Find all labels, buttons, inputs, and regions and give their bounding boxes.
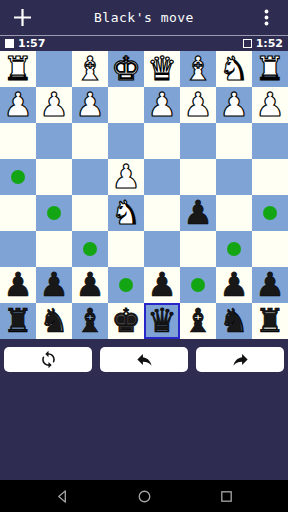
- square-h4[interactable]: [0, 159, 36, 195]
- square-c1[interactable]: ♝: [180, 51, 216, 87]
- square-a6[interactable]: [252, 231, 288, 267]
- white-clock-time: 1:57: [18, 38, 45, 49]
- home-circle-icon: [137, 489, 152, 504]
- square-h5[interactable]: [0, 195, 36, 231]
- white-king: ♚: [111, 51, 141, 87]
- square-g8[interactable]: ♞: [36, 303, 72, 339]
- black-pawn: ♟: [147, 267, 177, 303]
- square-f4[interactable]: [72, 159, 108, 195]
- plus-icon: [13, 8, 32, 27]
- kebab-menu-icon: [264, 9, 269, 26]
- black-clock-time: 1:52: [256, 38, 283, 49]
- sync-icon: [39, 350, 58, 369]
- chess-board: ♜♝♚♛♝♞♜♟♟♟♟♟♟♟♟♞♟♟♟♟♟♟♟♜♞♝♚♛♝♞♜: [0, 51, 288, 339]
- square-b8[interactable]: ♞: [216, 303, 252, 339]
- black-pawn: ♟: [3, 267, 33, 303]
- black-queen: ♛: [147, 303, 177, 339]
- square-d8[interactable]: ♛: [144, 303, 180, 339]
- square-b5[interactable]: [216, 195, 252, 231]
- square-g1[interactable]: [36, 51, 72, 87]
- square-g2[interactable]: ♟: [36, 87, 72, 123]
- redo-icon: [231, 350, 250, 369]
- square-h8[interactable]: ♜: [0, 303, 36, 339]
- square-a4[interactable]: [252, 159, 288, 195]
- legal-move-hint-f6[interactable]: [83, 242, 97, 256]
- square-d2[interactable]: ♟: [144, 87, 180, 123]
- square-e3[interactable]: [108, 123, 144, 159]
- square-a8[interactable]: ♜: [252, 303, 288, 339]
- white-pawn: ♟: [75, 87, 105, 123]
- square-h7[interactable]: ♟: [0, 267, 36, 303]
- white-bishop: ♝: [183, 51, 213, 87]
- square-d5[interactable]: [144, 195, 180, 231]
- white-side-icon: [5, 39, 14, 48]
- redo-button[interactable]: [196, 347, 284, 372]
- square-h6[interactable]: [0, 231, 36, 267]
- black-pawn: ♟: [75, 267, 105, 303]
- back-triangle-icon: [55, 489, 70, 504]
- black-bishop: ♝: [183, 303, 213, 339]
- square-b3[interactable]: [216, 123, 252, 159]
- legal-move-hint-h4[interactable]: [11, 170, 25, 184]
- square-c8[interactable]: ♝: [180, 303, 216, 339]
- square-f3[interactable]: [72, 123, 108, 159]
- white-pawn: ♟: [147, 87, 177, 123]
- square-e5[interactable]: ♞: [108, 195, 144, 231]
- square-e2[interactable]: [108, 87, 144, 123]
- android-home-button[interactable]: [124, 482, 164, 510]
- square-g7[interactable]: ♟: [36, 267, 72, 303]
- white-clock: 1:57: [5, 38, 45, 49]
- square-b1[interactable]: ♞: [216, 51, 252, 87]
- square-b7[interactable]: ♟: [216, 267, 252, 303]
- empty-area: [0, 372, 288, 480]
- square-a3[interactable]: [252, 123, 288, 159]
- android-back-button[interactable]: [42, 482, 82, 510]
- square-c5[interactable]: ♟: [180, 195, 216, 231]
- black-knight: ♞: [219, 303, 249, 339]
- menu-button[interactable]: [253, 5, 279, 31]
- square-b6[interactable]: [216, 231, 252, 267]
- undo-button[interactable]: [100, 347, 188, 372]
- square-d4[interactable]: [144, 159, 180, 195]
- white-pawn: ♟: [111, 159, 141, 195]
- android-navbar: [0, 480, 288, 512]
- square-h3[interactable]: [0, 123, 36, 159]
- white-rook: ♜: [3, 51, 33, 87]
- square-a2[interactable]: ♟: [252, 87, 288, 123]
- undo-icon: [135, 350, 154, 369]
- square-c7[interactable]: [180, 267, 216, 303]
- black-pawn: ♟: [219, 267, 249, 303]
- square-e1[interactable]: ♚: [108, 51, 144, 87]
- square-d7[interactable]: ♟: [144, 267, 180, 303]
- black-pawn: ♟: [183, 195, 213, 231]
- black-side-icon: [243, 39, 252, 48]
- white-bishop: ♝: [75, 51, 105, 87]
- add-button[interactable]: [9, 5, 35, 31]
- square-c3[interactable]: [180, 123, 216, 159]
- square-f2[interactable]: ♟: [72, 87, 108, 123]
- square-f1[interactable]: ♝: [72, 51, 108, 87]
- app-bar: Black's move: [0, 0, 288, 36]
- black-rook: ♜: [3, 303, 33, 339]
- square-h1[interactable]: ♜: [0, 51, 36, 87]
- square-b2[interactable]: ♟: [216, 87, 252, 123]
- black-king: ♚: [111, 303, 141, 339]
- recents-square-icon: [219, 489, 234, 504]
- square-g6[interactable]: [36, 231, 72, 267]
- square-f5[interactable]: [72, 195, 108, 231]
- white-pawn: ♟: [183, 87, 213, 123]
- black-rook: ♜: [255, 303, 285, 339]
- square-c6[interactable]: [180, 231, 216, 267]
- legal-move-hint-g5[interactable]: [47, 206, 61, 220]
- black-knight: ♞: [39, 303, 69, 339]
- square-g3[interactable]: [36, 123, 72, 159]
- square-f7[interactable]: ♟: [72, 267, 108, 303]
- square-d6[interactable]: [144, 231, 180, 267]
- legal-move-hint-b6[interactable]: [227, 242, 241, 256]
- square-c4[interactable]: [180, 159, 216, 195]
- legal-move-hint-c7[interactable]: [191, 278, 205, 292]
- white-pawn: ♟: [3, 87, 33, 123]
- square-b4[interactable]: [216, 159, 252, 195]
- white-queen: ♛: [147, 51, 177, 87]
- square-e8[interactable]: ♚: [108, 303, 144, 339]
- square-e7[interactable]: [108, 267, 144, 303]
- square-a7[interactable]: ♟: [252, 267, 288, 303]
- white-knight: ♞: [111, 195, 141, 231]
- square-d1[interactable]: ♛: [144, 51, 180, 87]
- white-pawn: ♟: [39, 87, 69, 123]
- square-c2[interactable]: ♟: [180, 87, 216, 123]
- black-pawn: ♟: [255, 267, 285, 303]
- square-f6[interactable]: [72, 231, 108, 267]
- page-title: Black's move: [0, 10, 288, 25]
- legal-move-hint-a5[interactable]: [263, 206, 277, 220]
- white-pawn: ♟: [219, 87, 249, 123]
- black-pawn: ♟: [39, 267, 69, 303]
- square-g5[interactable]: [36, 195, 72, 231]
- white-knight: ♞: [219, 51, 249, 87]
- square-a5[interactable]: [252, 195, 288, 231]
- square-h2[interactable]: ♟: [0, 87, 36, 123]
- black-bishop: ♝: [75, 303, 105, 339]
- square-f8[interactable]: ♝: [72, 303, 108, 339]
- control-bar: [0, 347, 288, 372]
- white-pawn: ♟: [255, 87, 285, 123]
- square-d3[interactable]: [144, 123, 180, 159]
- black-clock: 1:52: [243, 38, 283, 49]
- flip-board-button[interactable]: [4, 347, 92, 372]
- white-rook: ♜: [255, 51, 285, 87]
- square-a1[interactable]: ♜: [252, 51, 288, 87]
- square-g4[interactable]: [36, 159, 72, 195]
- square-e6[interactable]: [108, 231, 144, 267]
- legal-move-hint-e7[interactable]: [119, 278, 133, 292]
- square-e4[interactable]: ♟: [108, 159, 144, 195]
- android-recents-button[interactable]: [206, 482, 246, 510]
